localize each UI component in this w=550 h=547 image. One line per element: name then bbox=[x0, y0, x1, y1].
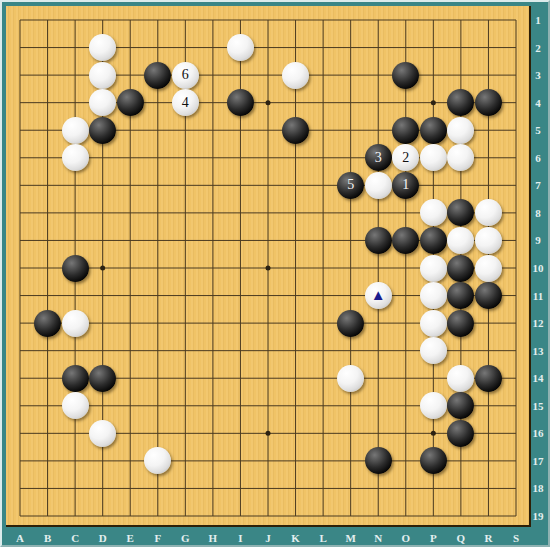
black-stone-O5[interactable] bbox=[392, 117, 419, 144]
black-stone-R4[interactable] bbox=[475, 89, 502, 116]
white-stone-C15[interactable] bbox=[62, 392, 89, 419]
black-stone-M12[interactable] bbox=[337, 310, 364, 337]
move-number-4: 4 bbox=[182, 96, 189, 110]
row-label-7: 7 bbox=[528, 179, 548, 191]
row-label-6: 6 bbox=[528, 152, 548, 164]
white-stone-G4[interactable]: 4 bbox=[172, 89, 199, 116]
black-stone-K5[interactable] bbox=[282, 117, 309, 144]
go-diagram: 643251▲ ABCDEFGHIJKLMNOPQRS1234567891011… bbox=[0, 0, 550, 547]
column-label-G: G bbox=[175, 532, 195, 544]
column-label-M: M bbox=[341, 532, 361, 544]
black-stone-O7[interactable]: 1 bbox=[392, 172, 419, 199]
black-stone-D5[interactable] bbox=[89, 117, 116, 144]
white-stone-C5[interactable] bbox=[62, 117, 89, 144]
black-stone-P5[interactable] bbox=[420, 117, 447, 144]
black-stone-N9[interactable] bbox=[365, 227, 392, 254]
row-label-15: 15 bbox=[528, 400, 548, 412]
white-stone-D16[interactable] bbox=[89, 420, 116, 447]
column-label-Q: Q bbox=[451, 532, 471, 544]
black-stone-B12[interactable] bbox=[34, 310, 61, 337]
row-label-19: 19 bbox=[528, 510, 548, 522]
move-number-3: 3 bbox=[375, 151, 382, 165]
black-stone-C10[interactable] bbox=[62, 255, 89, 282]
row-label-13: 13 bbox=[528, 345, 548, 357]
black-stone-N6[interactable]: 3 bbox=[365, 144, 392, 171]
column-label-F: F bbox=[148, 532, 168, 544]
white-stone-Q5[interactable] bbox=[447, 117, 474, 144]
black-stone-Q10[interactable] bbox=[447, 255, 474, 282]
white-stone-P6[interactable] bbox=[420, 144, 447, 171]
column-label-C: C bbox=[65, 532, 85, 544]
row-label-12: 12 bbox=[528, 317, 548, 329]
white-stone-G3[interactable]: 6 bbox=[172, 62, 199, 89]
black-stone-C14[interactable] bbox=[62, 365, 89, 392]
black-stone-P17[interactable] bbox=[420, 447, 447, 474]
column-label-L: L bbox=[313, 532, 333, 544]
row-label-17: 17 bbox=[528, 455, 548, 467]
row-label-10: 10 bbox=[528, 262, 548, 274]
white-stone-K3[interactable] bbox=[282, 62, 309, 89]
black-stone-Q16[interactable] bbox=[447, 420, 474, 447]
white-stone-I2[interactable] bbox=[227, 34, 254, 61]
row-label-3: 3 bbox=[528, 69, 548, 81]
white-stone-R10[interactable] bbox=[475, 255, 502, 282]
white-stone-N7[interactable] bbox=[365, 172, 392, 199]
black-stone-O3[interactable] bbox=[392, 62, 419, 89]
black-stone-O9[interactable] bbox=[392, 227, 419, 254]
move-number-2: 2 bbox=[402, 151, 409, 165]
row-label-5: 5 bbox=[528, 124, 548, 136]
row-label-9: 9 bbox=[528, 234, 548, 246]
row-label-11: 11 bbox=[528, 290, 548, 302]
column-label-I: I bbox=[230, 532, 250, 544]
white-stone-P15[interactable] bbox=[420, 392, 447, 419]
white-stone-C6[interactable] bbox=[62, 144, 89, 171]
black-stone-Q12[interactable] bbox=[447, 310, 474, 337]
black-stone-R11[interactable] bbox=[475, 282, 502, 309]
move-number-6: 6 bbox=[182, 68, 189, 82]
column-label-K: K bbox=[286, 532, 306, 544]
column-label-N: N bbox=[368, 532, 388, 544]
white-stone-R9[interactable] bbox=[475, 227, 502, 254]
white-stone-P13[interactable] bbox=[420, 337, 447, 364]
white-stone-M14[interactable] bbox=[337, 365, 364, 392]
column-label-P: P bbox=[423, 532, 443, 544]
row-label-18: 18 bbox=[528, 482, 548, 494]
column-label-S: S bbox=[506, 532, 526, 544]
black-stone-D14[interactable] bbox=[89, 365, 116, 392]
white-stone-N11[interactable]: ▲ bbox=[365, 282, 392, 309]
black-stone-E4[interactable] bbox=[117, 89, 144, 116]
column-label-A: A bbox=[10, 532, 30, 544]
column-label-R: R bbox=[478, 532, 498, 544]
black-stone-R14[interactable] bbox=[475, 365, 502, 392]
row-label-4: 4 bbox=[528, 97, 548, 109]
row-label-8: 8 bbox=[528, 207, 548, 219]
move-number-1: 1 bbox=[402, 178, 409, 192]
white-stone-C12[interactable] bbox=[62, 310, 89, 337]
row-label-16: 16 bbox=[528, 427, 548, 439]
triangle-marker-icon: ▲ bbox=[371, 288, 386, 304]
row-label-1: 1 bbox=[528, 14, 548, 26]
row-label-14: 14 bbox=[528, 372, 548, 384]
white-stone-P10[interactable] bbox=[420, 255, 447, 282]
column-label-D: D bbox=[93, 532, 113, 544]
black-stone-F3[interactable] bbox=[144, 62, 171, 89]
move-number-5: 5 bbox=[347, 178, 354, 192]
column-label-H: H bbox=[203, 532, 223, 544]
black-stone-I4[interactable] bbox=[227, 89, 254, 116]
row-label-2: 2 bbox=[528, 42, 548, 54]
white-stone-P12[interactable] bbox=[420, 310, 447, 337]
white-stone-P11[interactable] bbox=[420, 282, 447, 309]
column-label-J: J bbox=[258, 532, 278, 544]
white-stone-D2[interactable] bbox=[89, 34, 116, 61]
black-stone-P9[interactable] bbox=[420, 227, 447, 254]
black-stone-N17[interactable] bbox=[365, 447, 392, 474]
white-stone-P8[interactable] bbox=[420, 199, 447, 226]
white-stone-D3[interactable] bbox=[89, 62, 116, 89]
black-stone-M7[interactable]: 5 bbox=[337, 172, 364, 199]
column-label-O: O bbox=[396, 532, 416, 544]
column-label-E: E bbox=[120, 532, 140, 544]
white-stone-Q14[interactable] bbox=[447, 365, 474, 392]
column-label-B: B bbox=[38, 532, 58, 544]
